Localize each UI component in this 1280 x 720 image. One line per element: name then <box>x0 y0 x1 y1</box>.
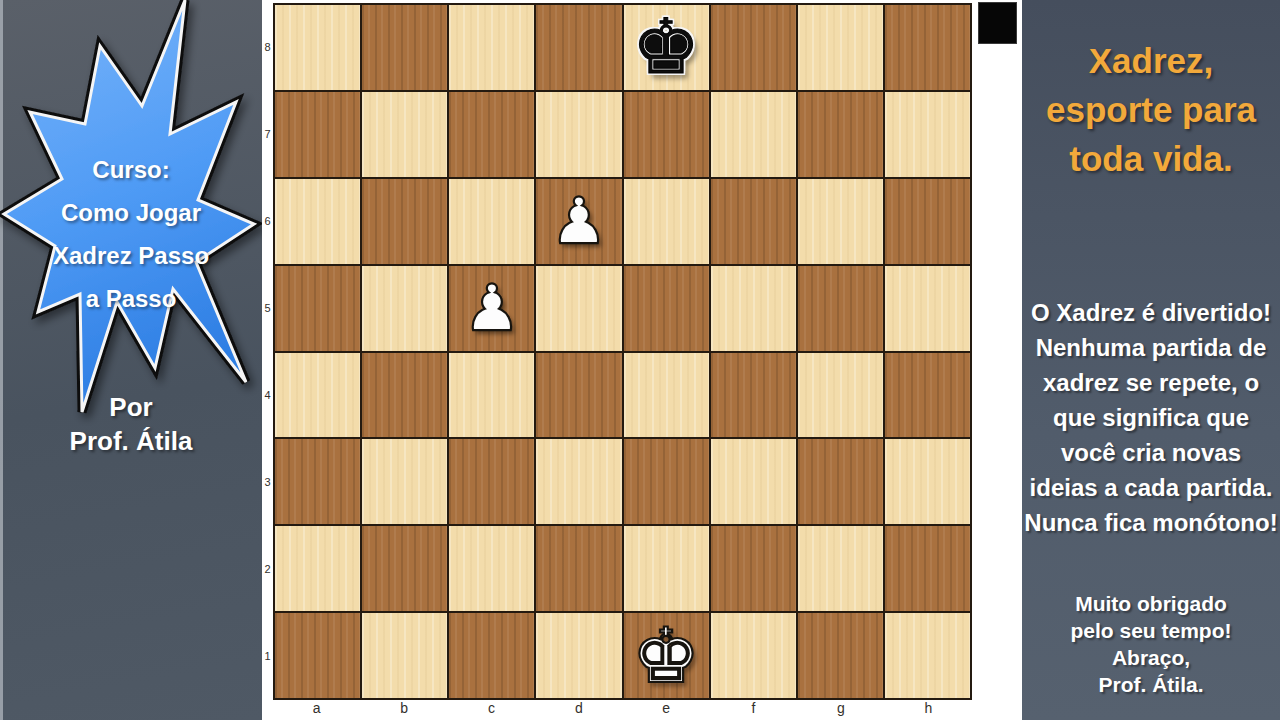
square-a5 <box>275 266 360 351</box>
body-line: ideias a cada partida. <box>1022 470 1280 505</box>
square-a8 <box>275 5 360 90</box>
square-b4 <box>362 353 447 438</box>
square-a2 <box>275 526 360 611</box>
white-pawn: ♟ <box>550 189 607 253</box>
course-title-line: Curso: <box>0 148 262 191</box>
square-d2 <box>536 526 621 611</box>
square-c1 <box>449 613 534 698</box>
white-pawn: ♟ <box>463 276 520 340</box>
square-h3 <box>885 439 970 524</box>
thanks-line: pelo seu tempo! <box>1022 617 1280 644</box>
course-title-line: Xadrez Passo <box>0 234 262 277</box>
square-d8 <box>536 5 621 90</box>
chessboard: ♚♟♟♚ <box>273 3 972 700</box>
file-label: h <box>885 699 972 720</box>
white-king: ♚ <box>632 618 700 694</box>
square-d7 <box>536 92 621 177</box>
square-h6 <box>885 179 970 264</box>
black-king: ♚ <box>632 9 700 85</box>
square-d6: ♟ <box>536 179 621 264</box>
square-e5 <box>624 266 709 351</box>
square-b2 <box>362 526 447 611</box>
square-d1 <box>536 613 621 698</box>
square-a6 <box>275 179 360 264</box>
right-panel: Xadrez, esporte para toda vida. O Xadrez… <box>1022 0 1280 720</box>
rank-label: 2 <box>262 526 273 613</box>
body-line: Nenhuma partida de <box>1022 330 1280 365</box>
square-f7 <box>711 92 796 177</box>
square-g5 <box>798 266 883 351</box>
author-credit: Por Prof. Átila <box>0 390 262 458</box>
square-h5 <box>885 266 970 351</box>
square-c7 <box>449 92 534 177</box>
square-f3 <box>711 439 796 524</box>
square-f4 <box>711 353 796 438</box>
square-f6 <box>711 179 796 264</box>
course-title-line: Como Jogar <box>0 191 262 234</box>
square-c6 <box>449 179 534 264</box>
rank-label: 4 <box>262 352 273 439</box>
square-c3 <box>449 439 534 524</box>
square-g6 <box>798 179 883 264</box>
square-a3 <box>275 439 360 524</box>
square-h4 <box>885 353 970 438</box>
body-paragraph: O Xadrez é divertido! Nenhuma partida de… <box>1022 295 1280 540</box>
thanks-line: Abraço, <box>1022 644 1280 671</box>
square-d3 <box>536 439 621 524</box>
thanks-line: Muito obrigado <box>1022 590 1280 617</box>
square-b6 <box>362 179 447 264</box>
file-labels: a b c d e f g h <box>273 699 972 720</box>
author-line: Por <box>0 390 262 424</box>
rank-label: 8 <box>262 3 273 90</box>
square-c5: ♟ <box>449 266 534 351</box>
square-f5 <box>711 266 796 351</box>
slogan-line: esporte para <box>1022 85 1280 134</box>
file-label: d <box>535 699 622 720</box>
square-e4 <box>624 353 709 438</box>
square-c4 <box>449 353 534 438</box>
file-label: e <box>623 699 710 720</box>
black-to-move-indicator <box>978 2 1017 44</box>
course-title-line: a Passo <box>0 277 262 320</box>
course-title: Curso: Como Jogar Xadrez Passo a Passo <box>0 148 262 320</box>
rank-label: 3 <box>262 439 273 526</box>
square-d4 <box>536 353 621 438</box>
square-e8: ♚ <box>624 5 709 90</box>
square-h1 <box>885 613 970 698</box>
thanks-text: Muito obrigado pelo seu tempo! Abraço, P… <box>1022 590 1280 698</box>
left-panel: Curso: Como Jogar Xadrez Passo a Passo P… <box>0 0 262 720</box>
square-g4 <box>798 353 883 438</box>
square-b5 <box>362 266 447 351</box>
square-h2 <box>885 526 970 611</box>
body-line: O Xadrez é divertido! <box>1022 295 1280 330</box>
rank-label: 7 <box>262 90 273 177</box>
chessboard-frame: 8 7 6 5 4 3 2 1 ♚♟♟♚ a b c d e f g h <box>262 0 1023 720</box>
square-h7 <box>885 92 970 177</box>
square-g2 <box>798 526 883 611</box>
thanks-line: Prof. Átila. <box>1022 671 1280 698</box>
square-b3 <box>362 439 447 524</box>
square-f2 <box>711 526 796 611</box>
square-b7 <box>362 92 447 177</box>
square-g7 <box>798 92 883 177</box>
body-line: Nunca fica monótono! <box>1022 505 1280 540</box>
square-f1 <box>711 613 796 698</box>
file-label: f <box>710 699 797 720</box>
author-line: Prof. Átila <box>0 424 262 458</box>
file-label: a <box>273 699 360 720</box>
square-g1 <box>798 613 883 698</box>
square-c2 <box>449 526 534 611</box>
rank-label: 5 <box>262 264 273 351</box>
body-line: xadrez se repete, o <box>1022 365 1280 400</box>
square-e2 <box>624 526 709 611</box>
file-label: g <box>797 699 884 720</box>
square-a4 <box>275 353 360 438</box>
square-f8 <box>711 5 796 90</box>
square-e3 <box>624 439 709 524</box>
rank-labels: 8 7 6 5 4 3 2 1 <box>262 3 273 700</box>
square-b8 <box>362 5 447 90</box>
square-a7 <box>275 92 360 177</box>
square-d5 <box>536 266 621 351</box>
square-h8 <box>885 5 970 90</box>
square-a1 <box>275 613 360 698</box>
slogan-line: Xadrez, <box>1022 36 1280 85</box>
square-e7 <box>624 92 709 177</box>
file-label: c <box>448 699 535 720</box>
square-g3 <box>798 439 883 524</box>
rank-label: 6 <box>262 177 273 264</box>
square-e1: ♚ <box>624 613 709 698</box>
rank-label: 1 <box>262 613 273 700</box>
body-line: você cria novas <box>1022 435 1280 470</box>
slogan-heading: Xadrez, esporte para toda vida. <box>1022 0 1280 183</box>
square-g8 <box>798 5 883 90</box>
body-line: que significa que <box>1022 400 1280 435</box>
square-c8 <box>449 5 534 90</box>
file-label: b <box>360 699 447 720</box>
square-e6 <box>624 179 709 264</box>
square-b1 <box>362 613 447 698</box>
slogan-line: toda vida. <box>1022 134 1280 183</box>
